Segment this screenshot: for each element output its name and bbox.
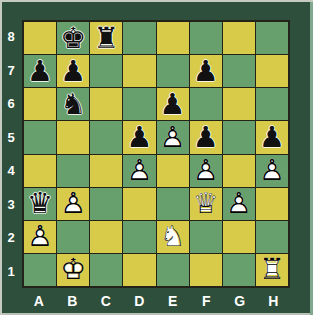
piece-fill: ♞ — [60, 90, 86, 119]
square-b4[interactable] — [57, 155, 89, 187]
square-e1[interactable] — [157, 254, 189, 286]
file-label-f: F — [190, 288, 224, 313]
piece-white-knight[interactable]: ♞♘ — [157, 221, 189, 253]
square-f1[interactable] — [190, 254, 222, 286]
square-d4[interactable]: ♟♙ — [123, 155, 155, 187]
piece-fill: ♚ — [60, 24, 86, 53]
square-a1[interactable] — [24, 254, 56, 286]
rank-label-6: 6 — [0, 87, 22, 121]
piece-fill: ♜ — [93, 24, 119, 53]
square-g1[interactable] — [223, 254, 255, 286]
square-c1[interactable] — [90, 254, 122, 286]
piece-white-pawn[interactable]: ♟♙ — [223, 188, 255, 220]
square-e2[interactable]: ♞♘ — [157, 221, 189, 253]
piece-black-rook[interactable]: ♜ — [90, 22, 122, 54]
square-c8[interactable]: ♜ — [90, 22, 122, 54]
file-label-a: A — [22, 288, 56, 313]
piece-outline: ♙ — [27, 222, 53, 251]
piece-fill: ♟ — [259, 123, 285, 152]
square-f5[interactable]: ♟ — [190, 121, 222, 153]
square-b5[interactable] — [57, 121, 89, 153]
piece-white-pawn[interactable]: ♟♙ — [123, 155, 155, 187]
piece-outline: ♕ — [193, 189, 219, 218]
square-g6[interactable] — [223, 88, 255, 120]
piece-fill: ♟ — [193, 123, 219, 152]
square-d6[interactable] — [123, 88, 155, 120]
rank-label-7: 7 — [0, 54, 22, 88]
file-label-c: C — [89, 288, 123, 313]
piece-white-pawn[interactable]: ♟♙ — [256, 155, 288, 187]
piece-outline: ♘ — [160, 222, 186, 251]
rank-label-4: 4 — [0, 154, 22, 188]
square-a6[interactable] — [24, 88, 56, 120]
square-f6[interactable] — [190, 88, 222, 120]
piece-outline: ♙ — [226, 189, 252, 218]
file-label-e: E — [156, 288, 190, 313]
square-e7[interactable] — [157, 55, 189, 87]
piece-black-knight[interactable]: ♞ — [57, 88, 89, 120]
square-e6[interactable]: ♟ — [157, 88, 189, 120]
piece-black-queen[interactable]: ♛ — [24, 188, 56, 220]
piece-fill: ♛ — [27, 189, 53, 218]
square-c6[interactable] — [90, 88, 122, 120]
square-e3[interactable] — [157, 188, 189, 220]
piece-white-pawn[interactable]: ♟♙ — [24, 221, 56, 253]
rank-label-2: 2 — [0, 221, 22, 255]
square-g2[interactable] — [223, 221, 255, 253]
square-b7[interactable]: ♟ — [57, 55, 89, 87]
square-e8[interactable] — [157, 22, 189, 54]
square-g3[interactable]: ♟♙ — [223, 188, 255, 220]
square-d8[interactable] — [123, 22, 155, 54]
piece-fill: ♟ — [27, 57, 53, 86]
square-b8[interactable]: ♚ — [57, 22, 89, 54]
piece-white-pawn[interactable]: ♟♙ — [157, 121, 189, 153]
square-f2[interactable] — [190, 221, 222, 253]
square-a3[interactable]: ♛ — [24, 188, 56, 220]
chess-board-frame: 87654321 ♚♜♟♟♟♞♟♟♟♙♟♟♟♙♟♙♟♙♛♟♙♛♕♟♙♟♙♞♘♚♔… — [0, 0, 313, 315]
rank-label-8: 8 — [0, 20, 22, 54]
piece-outline: ♙ — [193, 156, 219, 185]
piece-fill: ♟ — [126, 123, 152, 152]
square-h1[interactable]: ♜♖ — [256, 254, 288, 286]
square-f7[interactable]: ♟ — [190, 55, 222, 87]
piece-white-pawn[interactable]: ♟♙ — [57, 188, 89, 220]
file-label-g: G — [223, 288, 257, 313]
square-b6[interactable]: ♞ — [57, 88, 89, 120]
piece-fill: ♟ — [160, 90, 186, 119]
rank-labels: 87654321 — [0, 20, 22, 288]
piece-black-pawn[interactable]: ♟ — [256, 121, 288, 153]
piece-black-king[interactable]: ♚ — [57, 22, 89, 54]
file-label-b: B — [56, 288, 90, 313]
piece-white-pawn[interactable]: ♟♙ — [190, 155, 222, 187]
piece-fill: ♟ — [60, 57, 86, 86]
square-c5[interactable] — [90, 121, 122, 153]
piece-white-queen[interactable]: ♛♕ — [190, 188, 222, 220]
square-h2[interactable] — [256, 221, 288, 253]
piece-outline: ♔ — [60, 255, 86, 284]
square-h7[interactable] — [256, 55, 288, 87]
square-c3[interactable] — [90, 188, 122, 220]
piece-black-pawn[interactable]: ♟ — [123, 121, 155, 153]
piece-white-king[interactable]: ♚♔ — [57, 254, 89, 286]
piece-black-pawn[interactable]: ♟ — [57, 55, 89, 87]
square-h5[interactable]: ♟ — [256, 121, 288, 153]
square-d1[interactable] — [123, 254, 155, 286]
piece-outline: ♙ — [126, 156, 152, 185]
piece-white-rook[interactable]: ♜♖ — [256, 254, 288, 286]
square-d3[interactable] — [123, 188, 155, 220]
piece-outline: ♙ — [160, 123, 186, 152]
square-f3[interactable]: ♛♕ — [190, 188, 222, 220]
rank-label-3: 3 — [0, 188, 22, 222]
square-h4[interactable]: ♟♙ — [256, 155, 288, 187]
file-label-h: H — [257, 288, 291, 313]
piece-black-pawn[interactable]: ♟ — [190, 121, 222, 153]
square-a4[interactable] — [24, 155, 56, 187]
square-e5[interactable]: ♟♙ — [157, 121, 189, 153]
square-h6[interactable] — [256, 88, 288, 120]
square-c4[interactable] — [90, 155, 122, 187]
piece-black-pawn[interactable]: ♟ — [190, 55, 222, 87]
rank-label-1: 1 — [0, 255, 22, 289]
piece-outline: ♖ — [259, 255, 285, 284]
file-label-d: D — [123, 288, 157, 313]
square-a5[interactable] — [24, 121, 56, 153]
square-g8[interactable] — [223, 22, 255, 54]
piece-outline: ♙ — [259, 156, 285, 185]
piece-black-pawn[interactable]: ♟ — [157, 88, 189, 120]
file-labels: ABCDEFGH — [22, 288, 290, 313]
piece-outline: ♙ — [60, 189, 86, 218]
square-h3[interactable] — [256, 188, 288, 220]
square-d2[interactable] — [123, 221, 155, 253]
piece-black-pawn[interactable]: ♟ — [24, 55, 56, 87]
square-a7[interactable]: ♟ — [24, 55, 56, 87]
square-d5[interactable]: ♟ — [123, 121, 155, 153]
square-f8[interactable] — [190, 22, 222, 54]
square-h8[interactable] — [256, 22, 288, 54]
square-g4[interactable] — [223, 155, 255, 187]
piece-fill: ♟ — [193, 57, 219, 86]
square-e4[interactable] — [157, 155, 189, 187]
square-a2[interactable]: ♟♙ — [24, 221, 56, 253]
square-g7[interactable] — [223, 55, 255, 87]
square-b1[interactable]: ♚♔ — [57, 254, 89, 286]
square-a8[interactable] — [24, 22, 56, 54]
square-f4[interactable]: ♟♙ — [190, 155, 222, 187]
rank-label-5: 5 — [0, 121, 22, 155]
square-b2[interactable] — [57, 221, 89, 253]
square-c2[interactable] — [90, 221, 122, 253]
square-c7[interactable] — [90, 55, 122, 87]
square-d7[interactable] — [123, 55, 155, 87]
square-b3[interactable]: ♟♙ — [57, 188, 89, 220]
chess-board: ♚♜♟♟♟♞♟♟♟♙♟♟♟♙♟♙♟♙♛♟♙♛♕♟♙♟♙♞♘♚♔♜♖ — [22, 20, 290, 288]
square-g5[interactable] — [223, 121, 255, 153]
